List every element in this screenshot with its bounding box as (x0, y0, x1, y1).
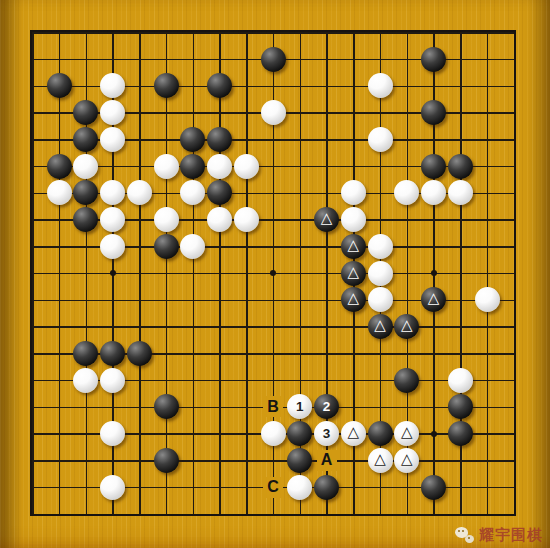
stone-black: △ (394, 314, 419, 339)
triangle-mark: △ (314, 206, 339, 231)
triangle-mark: △ (368, 447, 393, 472)
stone-black (73, 100, 98, 125)
stone-white (368, 261, 393, 286)
stone-white: △ (341, 421, 366, 446)
point-label-C: C (263, 477, 283, 498)
stone-white (127, 180, 152, 205)
stone-white (100, 475, 125, 500)
stone-black: △ (341, 261, 366, 286)
go-diagram: △△△△△△△123△△△△BAC 耀宇围棋 (0, 0, 550, 548)
stone-white (100, 368, 125, 393)
stone-black: △ (421, 287, 446, 312)
stone-black (421, 475, 446, 500)
stone-black (287, 448, 312, 473)
stone-black (154, 394, 179, 419)
stone-white (100, 127, 125, 152)
wechat-icon (455, 527, 475, 544)
stone-black: △ (341, 287, 366, 312)
stone-white (368, 73, 393, 98)
triangle-mark: △ (394, 447, 419, 472)
watermark-text: 耀宇围棋 (479, 526, 543, 545)
stone-white (100, 100, 125, 125)
stone-black (180, 154, 205, 179)
stone-white (100, 421, 125, 446)
stone-white (341, 207, 366, 232)
stone-white: 3 (314, 421, 339, 446)
stone-white (100, 234, 125, 259)
stone-white (73, 368, 98, 393)
stone-black (73, 341, 98, 366)
stone-black (448, 154, 473, 179)
stone-black (394, 368, 419, 393)
stone-white (287, 475, 312, 500)
stone-white (234, 154, 259, 179)
stone-black (287, 421, 312, 446)
triangle-mark: △ (368, 313, 393, 338)
stone-black (154, 448, 179, 473)
stone-white: △ (394, 448, 419, 473)
stone-black (154, 73, 179, 98)
stone-layer: △△△△△△△123△△△△BAC (19, 19, 528, 528)
triangle-mark: △ (394, 313, 419, 338)
triangle-mark: △ (394, 420, 419, 445)
stone-black (421, 100, 446, 125)
stone-white: 1 (287, 394, 312, 419)
stone-black (180, 127, 205, 152)
stone-white (47, 180, 72, 205)
stone-black: △ (341, 234, 366, 259)
stone-black (448, 394, 473, 419)
stone-white: △ (368, 448, 393, 473)
triangle-mark: △ (341, 260, 366, 285)
stone-black (207, 180, 232, 205)
stone-black (47, 73, 72, 98)
stone-white (368, 234, 393, 259)
stone-white (368, 127, 393, 152)
stone-black (154, 234, 179, 259)
stone-white (234, 207, 259, 232)
triangle-mark: △ (341, 420, 366, 445)
triangle-mark: △ (421, 286, 446, 311)
wechat-bubble-small (465, 535, 474, 543)
triangle-mark: △ (341, 286, 366, 311)
stone-black (207, 127, 232, 152)
stone-black (127, 341, 152, 366)
move-number: 3 (314, 421, 339, 446)
move-number: 1 (287, 394, 312, 419)
stone-white (475, 287, 500, 312)
stone-white (207, 207, 232, 232)
stone-black (47, 154, 72, 179)
stone-white (100, 180, 125, 205)
stone-black (73, 207, 98, 232)
go-board: △△△△△△△123△△△△BAC (19, 19, 528, 528)
point-label-B: B (263, 396, 283, 417)
stone-white (261, 421, 286, 446)
point-label-A: A (317, 450, 337, 471)
stone-black (314, 475, 339, 500)
stone-black (421, 47, 446, 72)
stone-black (368, 421, 393, 446)
stone-white (73, 154, 98, 179)
stone-white: △ (394, 421, 419, 446)
stone-black (73, 127, 98, 152)
stone-white (100, 73, 125, 98)
stone-white (207, 154, 232, 179)
stone-black (421, 154, 446, 179)
stone-black (73, 180, 98, 205)
stone-black (261, 47, 286, 72)
stone-white (100, 207, 125, 232)
stone-white (394, 180, 419, 205)
stone-black (448, 421, 473, 446)
triangle-mark: △ (341, 233, 366, 258)
stone-white (341, 180, 366, 205)
stone-white (154, 154, 179, 179)
stone-black (100, 341, 125, 366)
stone-black (207, 73, 232, 98)
stone-white (448, 368, 473, 393)
stone-white (448, 180, 473, 205)
stone-white (154, 207, 179, 232)
stone-white (180, 234, 205, 259)
stone-white (421, 180, 446, 205)
move-number: 2 (314, 394, 339, 419)
watermark: 耀宇围棋 (455, 525, 543, 545)
stone-black: △ (314, 207, 339, 232)
stone-white (368, 287, 393, 312)
stone-black: △ (368, 314, 393, 339)
stone-white (180, 180, 205, 205)
stone-black: 2 (314, 394, 339, 419)
stone-white (261, 100, 286, 125)
